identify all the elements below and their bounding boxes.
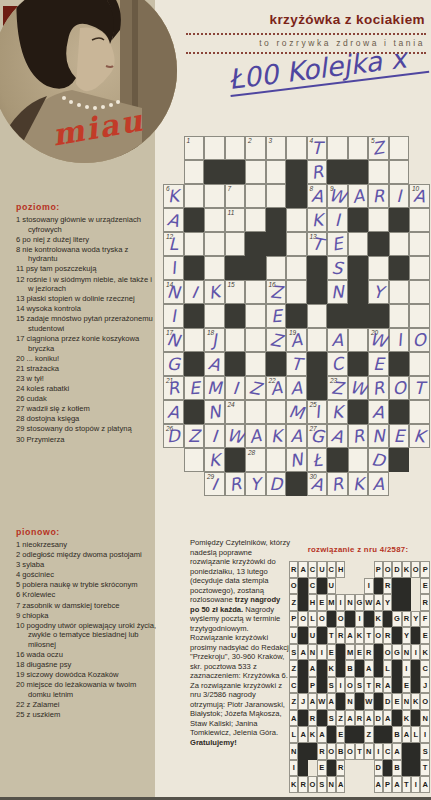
grid-cell[interactable]: G (163, 352, 184, 376)
solution-letter: A (375, 777, 382, 792)
clue-item: 13 płaski stopień w dolinie rzecznej (16, 294, 158, 304)
grid-cell: A (298, 644, 307, 661)
grid-cell: G (355, 594, 364, 611)
grid-cell[interactable]: I (327, 208, 348, 232)
grid-cell: D (374, 760, 383, 777)
across-clues-section: poziomo: 1 stosowany głównie w urządzeni… (16, 202, 158, 445)
grid-cell[interactable]: E (184, 376, 205, 400)
dotted-rule-top (186, 33, 426, 35)
grid-cell[interactable]: 27G (307, 424, 328, 448)
grid-cell[interactable]: N (204, 400, 225, 424)
grid-cell[interactable]: A (163, 400, 184, 424)
solution-letter: I (412, 777, 419, 792)
grid-cell: S (327, 710, 336, 727)
grid-cell[interactable] (368, 256, 389, 280)
grid-cell: E (317, 594, 326, 611)
black-cell (307, 376, 328, 400)
grid-cell[interactable] (348, 448, 369, 472)
grid-cell[interactable] (409, 232, 430, 256)
solution-letter: A (299, 645, 306, 660)
solution-letter: O (346, 744, 353, 759)
grid-cell[interactable]: 1 (184, 136, 205, 160)
grid-cell[interactable] (348, 328, 369, 352)
solution-letter: U (309, 628, 316, 643)
grid-cell[interactable] (184, 160, 205, 184)
handwritten-letter: K (307, 208, 327, 232)
grid-cell[interactable]: W (225, 424, 246, 448)
handwritten-letter: G (164, 353, 183, 375)
grid-cell: O (317, 611, 326, 628)
grid-cell[interactable] (245, 184, 266, 208)
grid-cell[interactable] (409, 400, 430, 424)
clue-item: 10 pogodny utwór opiewający uroki życia,… (16, 621, 158, 650)
grid-cell[interactable]: 7 (225, 184, 246, 208)
black-cell (389, 400, 410, 424)
grid-cell: I (411, 644, 420, 661)
grid-cell[interactable]: A (204, 352, 225, 376)
solution-letter: A (309, 694, 316, 709)
grid-cell: I (289, 760, 298, 777)
grid-cell[interactable]: 21R (163, 376, 184, 400)
grid-cell[interactable]: N (327, 280, 348, 304)
grid-cell: Z (289, 693, 298, 710)
handwritten-letter: A (409, 184, 429, 208)
handwritten-letter: O (389, 376, 409, 400)
grid-cell[interactable]: E (389, 424, 410, 448)
grid-cell[interactable]: I (225, 376, 246, 400)
grid-cell[interactable]: A (286, 424, 307, 448)
solution-letter: N (290, 744, 297, 759)
grid-cell[interactable] (389, 280, 410, 304)
grid-cell: A (374, 594, 383, 611)
grid-cell[interactable]: K (204, 448, 225, 472)
grid-cell[interactable]: R (368, 184, 389, 208)
grid-cell: H (308, 594, 317, 611)
grid-cell: Z (336, 710, 345, 727)
grid-cell: O (411, 561, 420, 578)
solution-letter: L (384, 661, 391, 676)
grid-cell[interactable]: 13T (307, 232, 328, 256)
solution-letter: T (421, 761, 428, 776)
grid-cell[interactable]: 11 (225, 208, 246, 232)
black-cell (317, 578, 326, 595)
grid-cell[interactable] (307, 328, 328, 352)
solution-letter: B (346, 661, 353, 676)
grid-cell[interactable] (204, 136, 225, 160)
grid-cell[interactable] (266, 400, 287, 424)
grid-cell[interactable]: R (327, 472, 348, 496)
solution-letter: O (346, 678, 353, 693)
grid-cell[interactable]: I (163, 304, 184, 328)
grid-cell[interactable]: K (348, 472, 369, 496)
black-cell (266, 232, 287, 256)
grid-cell[interactable]: D (368, 448, 389, 472)
grid-cell: Y (402, 627, 411, 644)
down-clue-list: 1 nieokrzesany2 odległość między dwoma p… (16, 540, 158, 720)
grid-cell[interactable]: 26D (163, 424, 184, 448)
grid-cell[interactable]: D (266, 472, 287, 496)
grid-cell: F (420, 611, 429, 628)
grid-cell[interactable] (204, 208, 225, 232)
grid-cell[interactable]: A (327, 328, 348, 352)
grid-cell[interactable]: W (348, 376, 369, 400)
grid-cell[interactable]: 25I (307, 400, 328, 424)
handwritten-letter: E (266, 304, 286, 328)
grid-cell[interactable]: I (184, 280, 205, 304)
grid-cell[interactable] (286, 256, 307, 280)
solution-letter: E (393, 694, 400, 709)
grid-cell: A (383, 677, 392, 694)
grid-cell[interactable] (245, 400, 266, 424)
grid-cell[interactable] (266, 184, 287, 208)
solution-letter: S (328, 678, 335, 693)
grid-cell[interactable] (184, 232, 205, 256)
grid-cell: B (336, 743, 345, 760)
grid-cell[interactable]: Z (245, 376, 266, 400)
grid-cell[interactable]: 24 (225, 400, 246, 424)
clue-item: 11 psy tam poszczekują (16, 264, 158, 274)
solution-letter: W (318, 694, 325, 709)
grid-cell[interactable]: K (307, 208, 328, 232)
grid-cell[interactable]: N (368, 424, 389, 448)
grid-cell[interactable] (204, 304, 225, 328)
grid-cell: A (336, 776, 345, 793)
handwritten-letter: W (326, 184, 348, 209)
solution-letter: E (421, 579, 428, 594)
grid-cell[interactable] (245, 208, 266, 232)
grid-cell[interactable]: 30A (307, 472, 328, 496)
grid-cell[interactable] (389, 136, 410, 160)
grid-cell[interactable] (204, 256, 225, 280)
clue-item: 17 ciągniona przez konie koszykowa brycz… (16, 334, 158, 353)
grid-cell[interactable]: Ł (307, 448, 328, 472)
grid-cell[interactable]: Z (184, 424, 205, 448)
grid-cell[interactable]: 18J (204, 328, 225, 352)
solution-letter: Y (384, 595, 391, 610)
grid-cell[interactable]: T (286, 352, 307, 376)
solution-letter: H (337, 562, 344, 577)
grid-cell: I (336, 677, 345, 694)
solution-letter: A (421, 777, 428, 792)
grid-cell[interactable]: 28 (245, 448, 266, 472)
grid-cell[interactable] (348, 232, 369, 256)
solution-letter: O (384, 562, 391, 577)
grid-cell[interactable] (409, 304, 430, 328)
grid-cell[interactable]: A (245, 424, 266, 448)
grid-cell[interactable]: K (409, 424, 430, 448)
grid-cell[interactable]: Y (368, 280, 389, 304)
handwritten-letter: J (204, 328, 224, 352)
grid-cell[interactable]: I (389, 328, 410, 352)
grid-cell: R (298, 776, 307, 793)
solution-letter: E (421, 628, 428, 643)
grid-cell[interactable] (389, 304, 410, 328)
black-cell (298, 710, 307, 727)
grid-cell[interactable]: R (225, 472, 246, 496)
grid-cell[interactable] (389, 232, 410, 256)
grid-cell: R (317, 743, 326, 760)
grid-cell[interactable] (184, 448, 205, 472)
grid-cell[interactable]: O (389, 376, 410, 400)
solution-letter: P (421, 562, 428, 577)
grid-cell[interactable]: 12L (163, 232, 184, 256)
grid-cell[interactable]: Y (245, 472, 266, 496)
clue-number-label: 28 (248, 449, 255, 456)
grid-cell: A (364, 660, 373, 677)
grid-cell[interactable]: R (307, 160, 328, 184)
solution-letter: C (290, 678, 297, 693)
black-cell (336, 644, 345, 661)
grid-cell[interactable]: A (368, 400, 389, 424)
grid-cell[interactable]: 15 (225, 280, 246, 304)
grid-cell[interactable]: I (204, 424, 225, 448)
handwritten-letter: I (204, 424, 224, 448)
handwritten-letter: R (367, 376, 389, 401)
grid-cell[interactable]: Z (266, 328, 287, 352)
handwritten-letter: E (390, 425, 409, 447)
grid-cell[interactable] (204, 232, 225, 256)
grid-cell[interactable]: A (163, 208, 184, 232)
grid-cell[interactable] (245, 160, 266, 184)
grid-cell[interactable] (266, 448, 287, 472)
grid-cell[interactable] (286, 208, 307, 232)
solution-letter: C (309, 562, 316, 577)
grid-cell[interactable] (286, 136, 307, 160)
grid-cell[interactable]: M (204, 376, 225, 400)
black-cell (411, 760, 420, 777)
grid-cell[interactable]: 3 (266, 136, 287, 160)
clue-item: 9 chłopka (16, 611, 158, 621)
black-cell (286, 304, 307, 328)
grid-cell[interactable]: R (368, 376, 389, 400)
grid-cell[interactable]: T (409, 376, 430, 400)
grid-cell: I (374, 743, 383, 760)
grid-cell: T (364, 677, 373, 694)
grid-cell[interactable]: I (163, 256, 184, 280)
grid-cell: O (327, 743, 336, 760)
grid-cell: E (317, 760, 326, 777)
black-cell (355, 693, 364, 710)
grid-cell[interactable]: 22A (266, 376, 287, 400)
grid-cell[interactable]: I (389, 184, 410, 208)
grid-cell[interactable] (409, 280, 430, 304)
grid-cell[interactable] (245, 328, 266, 352)
grid-cell[interactable] (204, 184, 225, 208)
solution-letter: P (375, 562, 382, 577)
black-cell (348, 256, 369, 280)
solution-letter: M (328, 595, 335, 610)
solution-letter: A (290, 711, 297, 726)
grid-cell[interactable]: 9W (327, 184, 348, 208)
grid-cell[interactable] (389, 160, 410, 184)
grid-cell[interactable]: 14N (163, 280, 184, 304)
clue-number-label: 11 (228, 209, 235, 216)
grid-cell: N (402, 693, 411, 710)
grid-cell[interactable]: 19A (286, 328, 307, 352)
grid-cell: O (289, 578, 298, 595)
black-cell (355, 660, 364, 677)
grid-cell[interactable]: M (286, 400, 307, 424)
clue-item: 27 wadził się z kotłem (16, 404, 158, 414)
solution-letter: I (421, 727, 428, 742)
grid-cell[interactable]: 29I (204, 472, 225, 496)
clue-item: 23 w tył! (16, 374, 158, 384)
grid-cell[interactable] (266, 256, 287, 280)
clue-number-label: 24 (228, 401, 235, 408)
handwritten-letter: R (162, 376, 184, 401)
solution-letter: E (337, 727, 344, 742)
grid-cell[interactable]: A (348, 184, 369, 208)
grid-cell[interactable]: K (327, 400, 348, 424)
solution-letter: T (356, 744, 363, 759)
grid-cell: P (308, 677, 317, 694)
solution-letter: K (421, 645, 428, 660)
black-cell (411, 660, 420, 677)
grid-cell: A (308, 693, 317, 710)
grid-cell[interactable]: N (286, 448, 307, 472)
solution-letter: Z (365, 727, 372, 742)
grid-cell[interactable]: 16Z (266, 280, 287, 304)
solution-letter: I (412, 645, 419, 660)
grid-cell[interactable]: A (286, 376, 307, 400)
grid-cell: C (308, 578, 317, 595)
grid-cell[interactable] (409, 256, 430, 280)
solution-letter: S (328, 711, 335, 726)
grid-cell[interactable] (286, 232, 307, 256)
grid-cell[interactable] (184, 184, 205, 208)
grid-cell[interactable] (307, 304, 328, 328)
grid-cell: K (411, 693, 420, 710)
grid-cell: R (402, 611, 411, 628)
grid-cell[interactable]: E (266, 304, 287, 328)
solution-letter: N (346, 694, 353, 709)
grid-cell[interactable]: A (368, 472, 389, 496)
grid-cell[interactable]: 23Z (327, 376, 348, 400)
grid-cell: L (383, 660, 392, 677)
solution-letter: R (384, 628, 391, 643)
grid-cell[interactable]: R (348, 424, 369, 448)
solution-letter: D (384, 694, 391, 709)
grid-cell[interactable] (266, 160, 287, 184)
grid-cell[interactable]: 4T (307, 136, 328, 160)
grid-cell: N (308, 644, 317, 661)
black-cell (327, 304, 348, 328)
handwritten-letter: W (367, 328, 389, 353)
handwritten-letter: T (308, 137, 327, 159)
solution-letter: Z (290, 661, 297, 676)
black-cell (402, 760, 411, 777)
grid-cell: S (327, 677, 336, 694)
grid-cell[interactable]: 10A (409, 184, 430, 208)
black-cell (368, 304, 389, 328)
black-cell (411, 743, 420, 760)
black-cell (317, 627, 326, 644)
handwritten-letter: M (205, 377, 224, 399)
grid-cell[interactable]: S (327, 256, 348, 280)
solution-letter: U (328, 579, 335, 594)
grid-cell[interactable]: A (327, 424, 348, 448)
handwritten-letter: I (306, 400, 328, 425)
grid-cell[interactable]: E (368, 352, 389, 376)
clue-item: 1 nieokrzesany (16, 540, 158, 550)
grid-cell: A (345, 710, 354, 727)
grid-cell[interactable]: K (266, 424, 287, 448)
grid-cell[interactable]: 2 (245, 136, 266, 160)
solution-letter: I (403, 661, 410, 676)
grid-cell[interactable] (409, 352, 430, 376)
grid-cell[interactable] (286, 280, 307, 304)
solution-letter: N (403, 645, 410, 660)
grid-cell[interactable]: E (327, 232, 348, 256)
grid-cell: A (402, 726, 411, 743)
grid-cell[interactable] (348, 136, 369, 160)
grid-cell[interactable] (368, 208, 389, 232)
grid-cell[interactable]: 5Z (368, 136, 389, 160)
solution-letter: R (403, 612, 410, 627)
grid-cell[interactable] (245, 280, 266, 304)
grid-cell[interactable]: 20W (368, 328, 389, 352)
handwritten-letter: E (184, 376, 204, 400)
grid-cell[interactable]: C (327, 352, 348, 376)
solution-header: rozwiązanie z nru 4/2587: (285, 545, 431, 554)
solution-letter: R (375, 678, 382, 693)
grid-cell: R (355, 710, 364, 727)
grid-cell[interactable] (184, 328, 205, 352)
clue-item: 24 koleś rabatki (16, 384, 158, 394)
grid-cell: W (364, 594, 373, 611)
grid-cell[interactable] (225, 136, 246, 160)
solution-letter: K (403, 562, 410, 577)
grid-cell[interactable]: 8A (307, 184, 328, 208)
grid-cell[interactable] (368, 160, 389, 184)
grid-cell[interactable]: K (204, 280, 225, 304)
solution-letter: R (299, 777, 306, 792)
handwritten-letter: R (368, 184, 388, 208)
grid-cell[interactable]: O (409, 328, 430, 352)
solution-letter: N (403, 694, 410, 709)
solution-letter: B (393, 761, 400, 776)
grid-cell[interactable] (225, 232, 246, 256)
grid-cell: N (345, 693, 354, 710)
grid-cell: U (327, 578, 336, 595)
grid-cell: I (411, 776, 420, 793)
handwritten-letter: M (285, 400, 307, 425)
grid-cell[interactable] (327, 136, 348, 160)
down-header: pionowo: (16, 527, 158, 537)
grid-cell[interactable] (225, 328, 246, 352)
grid-cell: N (364, 743, 373, 760)
black-cell (317, 677, 326, 694)
main-crossword-grid[interactable]: 1234T5ZR6K78A9WARI10AA11KI12L13TEIS14NIK… (163, 136, 430, 496)
grid-cell[interactable] (409, 208, 430, 232)
grid-cell[interactable] (245, 352, 266, 376)
black-cell (402, 743, 411, 760)
black-cell (307, 280, 328, 304)
handwritten-letter: Y (245, 472, 265, 496)
clue-item: 8 nie kontrolowana woda tryska z hydrant… (16, 245, 158, 264)
grid-cell[interactable]: 6K (163, 184, 184, 208)
grid-cell: Z (289, 594, 298, 611)
clue-item: 2 odległość między dwoma postojami (16, 550, 158, 560)
grid-cell: K (327, 660, 336, 677)
grid-cell[interactable]: 17N (163, 328, 184, 352)
solution-letter: T (365, 628, 372, 643)
handwritten-letter: C (326, 352, 348, 377)
black-cell (364, 611, 373, 628)
grid-cell[interactable] (245, 304, 266, 328)
grid-cell: C (420, 660, 429, 677)
black-cell (225, 160, 246, 184)
